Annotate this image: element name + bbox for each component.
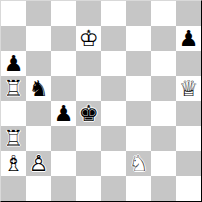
square-h1[interactable]: [176, 176, 201, 201]
square-h3[interactable]: [176, 126, 201, 151]
piece-white-pawn: ♟♙: [26, 151, 51, 176]
square-g8[interactable]: [151, 1, 176, 26]
square-g1[interactable]: [151, 176, 176, 201]
square-g7[interactable]: [151, 26, 176, 51]
square-f8[interactable]: [126, 1, 151, 26]
square-h7[interactable]: ♟♟: [176, 26, 201, 51]
square-f3[interactable]: [126, 126, 151, 151]
square-a4[interactable]: [1, 101, 26, 126]
square-h4[interactable]: [176, 101, 201, 126]
square-d8[interactable]: [76, 1, 101, 26]
piece-black-knight: ♞♞: [26, 76, 51, 101]
square-e3[interactable]: [101, 126, 126, 151]
square-c2[interactable]: [51, 151, 76, 176]
square-g4[interactable]: [151, 101, 176, 126]
square-c7[interactable]: [51, 26, 76, 51]
square-a2[interactable]: ♝♗: [1, 151, 26, 176]
square-b4[interactable]: [26, 101, 51, 126]
square-b7[interactable]: [26, 26, 51, 51]
square-d4[interactable]: ♚♚: [76, 101, 101, 126]
square-d5[interactable]: [76, 76, 101, 101]
square-g6[interactable]: [151, 51, 176, 76]
piece-glyph: ♗: [1, 151, 26, 176]
piece-glyph: ♘: [126, 151, 151, 176]
piece-glyph: ♟: [176, 26, 201, 51]
piece-white-king: ♚♔: [76, 26, 101, 51]
square-e7[interactable]: [101, 26, 126, 51]
piece-black-pawn: ♟♟: [51, 101, 76, 126]
square-d2[interactable]: [76, 151, 101, 176]
square-c6[interactable]: [51, 51, 76, 76]
square-a7[interactable]: [1, 26, 26, 51]
piece-black-pawn: ♟♟: [1, 51, 26, 76]
square-b5[interactable]: ♞♞: [26, 76, 51, 101]
piece-white-rook: ♜♖: [1, 76, 26, 101]
square-b3[interactable]: [26, 126, 51, 151]
square-e1[interactable]: [101, 176, 126, 201]
piece-glyph: ♞: [26, 76, 51, 101]
square-c4[interactable]: ♟♟: [51, 101, 76, 126]
square-h6[interactable]: [176, 51, 201, 76]
square-a1[interactable]: [1, 176, 26, 201]
square-d3[interactable]: [76, 126, 101, 151]
square-c5[interactable]: [51, 76, 76, 101]
piece-black-pawn: ♟♟: [176, 26, 201, 51]
square-f1[interactable]: [126, 176, 151, 201]
square-a6[interactable]: ♟♟: [1, 51, 26, 76]
square-d7[interactable]: ♚♔: [76, 26, 101, 51]
piece-glyph: ♟: [1, 51, 26, 76]
chess-board: ♚♔♟♟♟♟♜♖♞♞♛♕♟♟♚♚♜♖♝♗♟♙♞♘: [0, 0, 202, 202]
piece-glyph: ♖: [1, 76, 26, 101]
square-g3[interactable]: [151, 126, 176, 151]
square-h8[interactable]: [176, 1, 201, 26]
square-c3[interactable]: [51, 126, 76, 151]
square-e4[interactable]: [101, 101, 126, 126]
square-f7[interactable]: [126, 26, 151, 51]
piece-glyph: ♕: [176, 76, 201, 101]
square-c8[interactable]: [51, 1, 76, 26]
square-e2[interactable]: [101, 151, 126, 176]
piece-white-queen: ♛♕: [176, 76, 201, 101]
piece-glyph: ♙: [26, 151, 51, 176]
square-d1[interactable]: [76, 176, 101, 201]
piece-white-bishop: ♝♗: [1, 151, 26, 176]
square-b8[interactable]: [26, 1, 51, 26]
square-h2[interactable]: [176, 151, 201, 176]
square-f2[interactable]: ♞♘: [126, 151, 151, 176]
square-b6[interactable]: [26, 51, 51, 76]
piece-glyph: ♟: [51, 101, 76, 126]
square-g5[interactable]: [151, 76, 176, 101]
square-g2[interactable]: [151, 151, 176, 176]
square-e6[interactable]: [101, 51, 126, 76]
piece-glyph: ♖: [1, 126, 26, 151]
piece-glyph: ♚: [76, 101, 101, 126]
square-f5[interactable]: [126, 76, 151, 101]
square-b1[interactable]: [26, 176, 51, 201]
square-h5[interactable]: ♛♕: [176, 76, 201, 101]
square-d6[interactable]: [76, 51, 101, 76]
square-c1[interactable]: [51, 176, 76, 201]
square-a5[interactable]: ♜♖: [1, 76, 26, 101]
piece-white-rook: ♜♖: [1, 126, 26, 151]
square-e5[interactable]: [101, 76, 126, 101]
square-f4[interactable]: [126, 101, 151, 126]
piece-black-king: ♚♚: [76, 101, 101, 126]
piece-white-knight: ♞♘: [126, 151, 151, 176]
chess-diagram: ♚♔♟♟♟♟♜♖♞♞♛♕♟♟♚♚♜♖♝♗♟♙♞♘: [0, 0, 202, 202]
square-e8[interactable]: [101, 1, 126, 26]
piece-glyph: ♔: [76, 26, 101, 51]
square-b2[interactable]: ♟♙: [26, 151, 51, 176]
square-a3[interactable]: ♜♖: [1, 126, 26, 151]
square-f6[interactable]: [126, 51, 151, 76]
square-a8[interactable]: [1, 1, 26, 26]
